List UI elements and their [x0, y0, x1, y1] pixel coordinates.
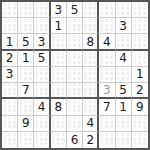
pencil-row: 7 8 9	[101, 125, 114, 130]
pencil-marks: 1 2 34 5 67 8 9	[83, 2, 97, 17]
pencil-marks: 1 2 34 5 67 8 9	[67, 18, 82, 33]
pencil-marks: 1 2 34 5 67 8 9	[67, 67, 82, 82]
pencil-row: 7 8 9	[84, 12, 97, 17]
pencil-marks: 1 2 34 5 67 8 9	[18, 67, 33, 82]
given-digit: 4	[103, 36, 111, 48]
pencil-row: 7 8 9	[52, 61, 65, 66]
pencil-row: 7 8 9	[19, 109, 32, 114]
pencil-marks: 1 2 34 5 67 8 9	[83, 18, 97, 33]
pencil-row: 7 8 9	[35, 125, 48, 130]
pencil-row: 7 8 9	[19, 77, 32, 82]
cell-r9c1[interactable]: 1 2 34 5 67 8 9	[2, 132, 18, 148]
given-digit: 1	[136, 68, 144, 80]
pencil-marks: 1 2 34 5 67 8 9	[83, 67, 97, 82]
given-digit: 5	[38, 52, 46, 64]
given-digit: 6	[71, 134, 79, 146]
pencil-marks: 1 2 34 5 67 8 9	[51, 83, 66, 97]
given-digit: 4	[119, 52, 127, 64]
cell-r9c6[interactable]: 2	[83, 132, 99, 148]
pencil-marks: 1 2 34 5 67 8 9	[34, 116, 48, 131]
pencil-row: 7 8 9	[84, 28, 97, 33]
pencil-row: 7 8 9	[101, 142, 114, 147]
cell-r6c3[interactable]: 1 2 34 5 67 8 9	[34, 83, 50, 99]
cell-r2c6[interactable]: 1 2 34 5 67 8 9	[83, 18, 99, 34]
pencil-row: 7 8 9	[35, 92, 48, 97]
pencil-marks: 1 2 34 5 67 8 9	[67, 83, 82, 97]
cell-r8c2[interactable]: 9	[18, 116, 34, 132]
given-digit: 3	[6, 68, 14, 80]
pencil-row: 7 8 9	[117, 44, 130, 49]
cell-r6c5[interactable]: 1 2 34 5 67 8 9	[67, 83, 83, 99]
pencil-row: 7 8 9	[134, 61, 147, 66]
cell-r8c5[interactable]: 1 2 34 5 67 8 9	[67, 116, 83, 132]
cell-r3c8[interactable]: 1 2 34 5 67 8 9	[116, 34, 132, 50]
pencil-marks: 1 2 34 5 67 8 9	[99, 51, 114, 66]
pencil-marks: 1 2 34 5 67 8 9	[67, 51, 82, 66]
cell-r7c8[interactable]: 1	[116, 99, 132, 115]
pencil-row: 7 8 9	[35, 77, 48, 82]
cell-r3c1[interactable]: 1	[2, 34, 18, 50]
given-digit: 4	[38, 101, 46, 113]
cell-r4c4[interactable]: 1 2 34 5 67 8 9	[51, 51, 67, 67]
cell-r1c7[interactable]: 1 2 34 5 67 8 9	[99, 2, 115, 18]
pencil-row: 7 8 9	[84, 77, 97, 82]
cell-r5c7[interactable]: 1 2 34 5 67 8 9	[99, 67, 115, 83]
pencil-marks: 1 2 34 5 67 8 9	[2, 132, 17, 148]
cell-r4c5[interactable]: 1 2 34 5 67 8 9	[67, 51, 83, 67]
cell-r8c1[interactable]: 1 2 34 5 67 8 9	[2, 116, 18, 132]
cell-r4c6[interactable]: 1 2 34 5 67 8 9	[83, 51, 99, 67]
cell-r3c4[interactable]: 1 2 34 5 67 8 9	[51, 34, 67, 50]
given-digit: 1	[22, 52, 30, 64]
given-digit: 3	[119, 20, 127, 32]
pencil-row: 7 8 9	[3, 12, 16, 17]
cell-r5c4[interactable]: 1 2 34 5 67 8 9	[51, 67, 67, 83]
pencil-row: 7 8 9	[84, 109, 97, 114]
cell-r5c1[interactable]: 3	[2, 67, 18, 83]
pencil-marks: 1 2 34 5 67 8 9	[18, 132, 33, 148]
cell-r7c4[interactable]: 8	[51, 99, 67, 115]
pencil-marks: 1 2 34 5 67 8 9	[2, 99, 17, 114]
cell-r9c4[interactable]: 1 2 34 5 67 8 9	[51, 132, 67, 148]
pencil-row: 7 8 9	[52, 142, 65, 147]
cell-r4c9[interactable]: 1 2 34 5 67 8 9	[132, 51, 148, 67]
cell-r2c4[interactable]: 1	[51, 18, 67, 34]
given-digit: 7	[103, 101, 111, 113]
cell-r5c3[interactable]: 1 2 34 5 67 8 9	[34, 67, 50, 83]
pencil-row: 7 8 9	[35, 142, 48, 147]
cell-r9c9[interactable]: 1 2 34 5 67 8 9	[132, 132, 148, 148]
pencil-marks: 1 2 34 5 67 8 9	[51, 34, 66, 48]
cell-r1c2[interactable]: 1 2 34 5 67 8 9	[18, 2, 34, 18]
pencil-row: 7 8 9	[68, 109, 81, 114]
given-digit: 1	[6, 36, 14, 48]
given-digit: 3	[38, 36, 46, 48]
pencil-row: 7 8 9	[35, 28, 48, 33]
cell-r8c7[interactable]: 1 2 34 5 67 8 9	[99, 116, 115, 132]
pencil-row: 7 8 9	[68, 125, 81, 130]
pencil-row: 7 8 9	[52, 92, 65, 97]
cell-r8c9[interactable]: 1 2 34 5 67 8 9	[132, 116, 148, 132]
pencil-marks: 1 2 34 5 67 8 9	[2, 2, 17, 17]
pencil-marks: 1 2 34 5 67 8 9	[18, 18, 33, 33]
pencil-row: 7 8 9	[19, 12, 32, 17]
pencil-marks: 1 2 34 5 67 8 9	[51, 67, 66, 82]
cell-r2c5[interactable]: 1 2 34 5 67 8 9	[67, 18, 83, 34]
cell-r7c7[interactable]: 7	[99, 99, 115, 115]
cell-r1c6[interactable]: 1 2 34 5 67 8 9	[83, 2, 99, 18]
cell-r8c8[interactable]: 1 2 34 5 67 8 9	[116, 116, 132, 132]
cell-r2c9[interactable]: 1 2 34 5 67 8 9	[132, 18, 148, 34]
cell-r6c6[interactable]: 1 2 34 5 67 8 9	[83, 83, 99, 99]
cell-r1c4[interactable]: 3	[51, 2, 67, 18]
cell-r6c2[interactable]: 7	[18, 83, 34, 99]
cell-r9c2[interactable]: 1 2 34 5 67 8 9	[18, 132, 34, 148]
cell-r4c3[interactable]: 5	[34, 51, 50, 67]
cell-r7c6[interactable]: 1 2 34 5 67 8 9	[83, 99, 99, 115]
pencil-row: 7 8 9	[117, 12, 130, 17]
given-digit: 1	[119, 101, 127, 113]
given-digit: 2	[86, 134, 94, 146]
pencil-row: 7 8 9	[3, 28, 16, 33]
given-digit: 8	[86, 36, 94, 48]
cell-r6c4[interactable]: 1 2 34 5 67 8 9	[51, 83, 67, 99]
given-digit: 3	[54, 4, 62, 16]
cell-r2c3[interactable]: 1 2 34 5 67 8 9	[34, 18, 50, 34]
pencil-marks: 1 2 34 5 67 8 9	[67, 34, 82, 48]
pencil-row: 7 8 9	[101, 61, 114, 66]
pencil-row: 7 8 9	[3, 92, 16, 97]
pencil-marks: 1 2 34 5 67 8 9	[99, 2, 114, 17]
pencil-marks: 1 2 34 5 67 8 9	[116, 34, 131, 48]
pencil-row: 7 8 9	[19, 142, 32, 147]
cell-r4c8[interactable]: 4	[116, 51, 132, 67]
cell-r6c9[interactable]: 2	[132, 83, 148, 99]
pencil-marks: 1 2 34 5 67 8 9	[18, 2, 33, 17]
pencil-marks: 1 2 34 5 67 8 9	[116, 67, 131, 82]
cell-r3c6[interactable]: 8	[83, 34, 99, 50]
pencil-row: 7 8 9	[52, 125, 65, 130]
given-digit: 7	[22, 84, 30, 96]
cell-r9c8[interactable]: 1 2 34 5 67 8 9	[116, 132, 132, 148]
pencil-marks: 1 2 34 5 67 8 9	[83, 51, 97, 66]
pencil-marks: 1 2 34 5 67 8 9	[34, 2, 48, 17]
pencil-marks: 1 2 34 5 67 8 9	[116, 116, 131, 131]
cell-r5c8[interactable]: 1 2 34 5 67 8 9	[116, 67, 132, 83]
pencil-row: 7 8 9	[134, 44, 147, 49]
given-digit: 1	[54, 20, 62, 32]
cell-r8c6[interactable]: 4	[83, 116, 99, 132]
pencil-marks: 1 2 34 5 67 8 9	[67, 116, 82, 131]
pencil-marks: 1 2 34 5 67 8 9	[34, 132, 48, 148]
pencil-row: 7 8 9	[19, 28, 32, 33]
cell-r5c5[interactable]: 1 2 34 5 67 8 9	[67, 67, 83, 83]
given-digit: 8	[54, 101, 62, 113]
pencil-marks: 1 2 34 5 67 8 9	[2, 18, 17, 33]
cell-r1c3[interactable]: 1 2 34 5 67 8 9	[34, 2, 50, 18]
pencil-row: 7 8 9	[68, 92, 81, 97]
pencil-marks: 1 2 34 5 67 8 9	[51, 132, 66, 148]
given-digit: 5	[22, 36, 30, 48]
pencil-row: 7 8 9	[3, 109, 16, 114]
cell-r6c7[interactable]: 3	[99, 83, 115, 99]
pencil-marks: 1 2 34 5 67 8 9	[83, 83, 97, 97]
pencil-marks: 1 2 34 5 67 8 9	[99, 132, 114, 148]
given-digit: 5	[71, 4, 79, 16]
cell-r8c4[interactable]: 1 2 34 5 67 8 9	[51, 116, 67, 132]
pencil-marks: 1 2 34 5 67 8 9	[116, 2, 131, 17]
pencil-row: 7 8 9	[101, 77, 114, 82]
pencil-marks: 1 2 34 5 67 8 9	[132, 34, 148, 48]
given-digit: 2	[136, 84, 144, 96]
pencil-row: 7 8 9	[52, 77, 65, 82]
pencil-marks: 1 2 34 5 67 8 9	[83, 99, 97, 114]
pencil-row: 7 8 9	[3, 142, 16, 147]
pencil-row: 7 8 9	[68, 61, 81, 66]
cell-r8c3[interactable]: 1 2 34 5 67 8 9	[34, 116, 50, 132]
pencil-row: 7 8 9	[84, 61, 97, 66]
cell-r6c8[interactable]: 5	[116, 83, 132, 99]
pencil-marks: 1 2 34 5 67 8 9	[132, 51, 148, 66]
cell-r4c1[interactable]: 2	[2, 51, 18, 67]
cell-r5c6[interactable]: 1 2 34 5 67 8 9	[83, 67, 99, 83]
cell-r4c2[interactable]: 1	[18, 51, 34, 67]
cell-r7c9[interactable]: 9	[132, 99, 148, 115]
pencil-row: 7 8 9	[52, 44, 65, 49]
cell-r5c9[interactable]: 1	[132, 67, 148, 83]
cell-r7c2[interactable]: 1 2 34 5 67 8 9	[18, 99, 34, 115]
cell-r5c2[interactable]: 1 2 34 5 67 8 9	[18, 67, 34, 83]
pencil-row: 7 8 9	[35, 12, 48, 17]
pencil-row: 7 8 9	[68, 44, 81, 49]
cell-r3c3[interactable]: 3	[34, 34, 50, 50]
cell-r2c7[interactable]: 1 2 34 5 67 8 9	[99, 18, 115, 34]
pencil-marks: 1 2 34 5 67 8 9	[51, 116, 66, 131]
pencil-row: 7 8 9	[101, 28, 114, 33]
cell-r2c2[interactable]: 1 2 34 5 67 8 9	[18, 18, 34, 34]
pencil-marks: 1 2 34 5 67 8 9	[132, 2, 148, 17]
pencil-row: 7 8 9	[134, 125, 147, 130]
pencil-marks: 1 2 34 5 67 8 9	[67, 99, 82, 114]
cell-r7c5[interactable]: 1 2 34 5 67 8 9	[67, 99, 83, 115]
cell-r7c1[interactable]: 1 2 34 5 67 8 9	[2, 99, 18, 115]
cell-r4c7[interactable]: 1 2 34 5 67 8 9	[99, 51, 115, 67]
given-digit: 2	[6, 52, 14, 64]
pencil-marks: 1 2 34 5 67 8 9	[116, 132, 131, 148]
cell-r9c5[interactable]: 6	[67, 132, 83, 148]
cell-r1c8[interactable]: 1 2 34 5 67 8 9	[116, 2, 132, 18]
cell-r2c8[interactable]: 3	[116, 18, 132, 34]
pencil-marks: 1 2 34 5 67 8 9	[99, 18, 114, 33]
pencil-marks: 1 2 34 5 67 8 9	[2, 116, 17, 131]
cell-r3c2[interactable]: 5	[18, 34, 34, 50]
pencil-marks: 1 2 34 5 67 8 9	[132, 132, 148, 148]
pencil-row: 7 8 9	[134, 142, 147, 147]
pencil-row: 7 8 9	[134, 28, 147, 33]
cell-r3c5[interactable]: 1 2 34 5 67 8 9	[67, 34, 83, 50]
given-digit: 9	[136, 101, 144, 113]
pencil-marks: 1 2 34 5 67 8 9	[132, 116, 148, 131]
pencil-row: 7 8 9	[117, 142, 130, 147]
cell-r3c7[interactable]: 4	[99, 34, 115, 50]
cell-r1c1[interactable]: 1 2 34 5 67 8 9	[2, 2, 18, 18]
pencil-marks: 1 2 34 5 67 8 9	[2, 83, 17, 97]
pencil-marks: 1 2 34 5 67 8 9	[34, 83, 48, 97]
given-digit: 5	[119, 84, 127, 96]
given-digit: 9	[22, 117, 30, 129]
cell-r7c3[interactable]: 4	[34, 99, 50, 115]
cell-r9c3[interactable]: 1 2 34 5 67 8 9	[34, 132, 50, 148]
pencil-row: 7 8 9	[68, 77, 81, 82]
pencil-marks: 1 2 34 5 67 8 9	[51, 51, 66, 66]
sudoku-board: 1 2 34 5 67 8 91 2 34 5 67 8 91 2 34 5 6…	[0, 0, 150, 150]
pencil-marks: 1 2 34 5 67 8 9	[34, 67, 48, 82]
pencil-marks: 1 2 34 5 67 8 9	[34, 18, 48, 33]
cell-r6c1[interactable]: 1 2 34 5 67 8 9	[2, 83, 18, 99]
cell-r1c9[interactable]: 1 2 34 5 67 8 9	[132, 2, 148, 18]
pencil-marks: 1 2 34 5 67 8 9	[99, 116, 114, 131]
pencil-marks: 1 2 34 5 67 8 9	[99, 67, 114, 82]
pencil-marks: 1 2 34 5 67 8 9	[132, 18, 148, 33]
cell-r9c7[interactable]: 1 2 34 5 67 8 9	[99, 132, 115, 148]
pencil-row: 7 8 9	[68, 28, 81, 33]
given-digit: 4	[86, 117, 94, 129]
pencil-row: 7 8 9	[134, 12, 147, 17]
solved-digit: 3	[103, 84, 111, 96]
pencil-marks: 1 2 34 5 67 8 9	[18, 99, 33, 114]
pencil-row: 7 8 9	[84, 92, 97, 97]
pencil-row: 7 8 9	[3, 125, 16, 130]
pencil-row: 7 8 9	[117, 77, 130, 82]
pencil-row: 7 8 9	[101, 12, 114, 17]
cell-r2c1[interactable]: 1 2 34 5 67 8 9	[2, 18, 18, 34]
pencil-row: 7 8 9	[117, 125, 130, 130]
cell-r3c9[interactable]: 1 2 34 5 67 8 9	[132, 34, 148, 50]
cell-r1c5[interactable]: 5	[67, 2, 83, 18]
